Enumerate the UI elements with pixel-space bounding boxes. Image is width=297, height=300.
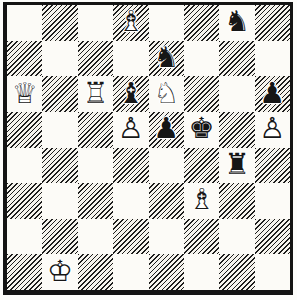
square-d6: ♝♝ <box>113 76 148 112</box>
square-f1 <box>184 254 219 290</box>
square-b2 <box>42 219 77 255</box>
black-rook-glyph: ♜ <box>219 148 254 184</box>
square-h5: ♟♙ <box>255 112 290 148</box>
square-a3 <box>7 183 42 219</box>
white-pawn-glyph: ♙ <box>255 112 290 148</box>
square-c3 <box>78 183 113 219</box>
piece-white-pawn: ♟♙ <box>113 112 148 148</box>
square-d4 <box>113 148 148 184</box>
square-a4 <box>7 148 42 184</box>
white-bishop-glyph: ♗ <box>184 183 219 219</box>
square-g8: ♞♞ <box>219 5 254 41</box>
black-pawn-glyph: ♟ <box>255 76 290 112</box>
piece-black-rook: ♜♜ <box>219 148 254 184</box>
square-e5: ♟♟ <box>149 112 184 148</box>
square-b5 <box>42 112 77 148</box>
white-knight-glyph: ♘ <box>149 76 184 112</box>
square-c1 <box>78 254 113 290</box>
square-d3 <box>113 183 148 219</box>
square-f7 <box>184 41 219 77</box>
black-king-glyph: ♚ <box>184 112 219 148</box>
square-g2 <box>219 219 254 255</box>
square-d2 <box>113 219 148 255</box>
piece-white-bishop: ♝♗ <box>113 5 148 41</box>
square-c2 <box>78 219 113 255</box>
square-f6 <box>184 76 219 112</box>
square-g6 <box>219 76 254 112</box>
square-d5: ♟♙ <box>113 112 148 148</box>
square-d8: ♝♗ <box>113 5 148 41</box>
piece-black-pawn: ♟♟ <box>149 112 184 148</box>
square-g1 <box>219 254 254 290</box>
square-b3 <box>42 183 77 219</box>
square-f5: ♚♚ <box>184 112 219 148</box>
piece-black-king: ♚♚ <box>184 112 219 148</box>
square-c5 <box>78 112 113 148</box>
black-bishop-glyph: ♝ <box>113 76 148 112</box>
square-e2 <box>149 219 184 255</box>
square-c4 <box>78 148 113 184</box>
square-e3 <box>149 183 184 219</box>
square-b6 <box>42 76 77 112</box>
piece-black-bishop: ♝♝ <box>113 76 148 112</box>
square-g5 <box>219 112 254 148</box>
square-h3 <box>255 183 290 219</box>
square-a2 <box>7 219 42 255</box>
square-f8 <box>184 5 219 41</box>
piece-black-knight: ♞♞ <box>149 41 184 77</box>
square-e6: ♞♘ <box>149 76 184 112</box>
piece-white-queen: ♛♕ <box>7 76 42 112</box>
square-h1 <box>255 254 290 290</box>
piece-white-rook: ♜♖ <box>78 76 113 112</box>
square-a8 <box>7 5 42 41</box>
white-bishop-glyph: ♗ <box>113 5 148 41</box>
square-g7 <box>219 41 254 77</box>
white-king-glyph: ♔ <box>42 254 77 290</box>
chess-board: ♝♗♞♞♞♞♛♕♜♖♝♝♞♘♟♟♟♙♟♟♚♚♟♙♜♜♝♗♚♔ <box>7 5 290 290</box>
square-g3 <box>219 183 254 219</box>
square-b7 <box>42 41 77 77</box>
square-c8 <box>78 5 113 41</box>
black-knight-glyph: ♞ <box>219 5 254 41</box>
piece-white-king: ♚♔ <box>42 254 77 290</box>
square-h4 <box>255 148 290 184</box>
square-a1 <box>7 254 42 290</box>
black-knight-glyph: ♞ <box>149 41 184 77</box>
square-e7: ♞♞ <box>149 41 184 77</box>
square-h2 <box>255 219 290 255</box>
square-a5 <box>7 112 42 148</box>
board-frame: ♝♗♞♞♞♞♛♕♜♖♝♝♞♘♟♟♟♙♟♟♚♚♟♙♜♜♝♗♚♔ <box>3 2 293 295</box>
square-h8 <box>255 5 290 41</box>
piece-black-pawn: ♟♟ <box>255 76 290 112</box>
white-pawn-glyph: ♙ <box>113 112 148 148</box>
white-rook-glyph: ♖ <box>78 76 113 112</box>
square-h6: ♟♟ <box>255 76 290 112</box>
square-c7 <box>78 41 113 77</box>
square-f2 <box>184 219 219 255</box>
square-b8 <box>42 5 77 41</box>
square-d7 <box>113 41 148 77</box>
square-g4: ♜♜ <box>219 148 254 184</box>
square-h7 <box>255 41 290 77</box>
square-e8 <box>149 5 184 41</box>
square-a7 <box>7 41 42 77</box>
square-c6: ♜♖ <box>78 76 113 112</box>
square-d1 <box>113 254 148 290</box>
square-f4 <box>184 148 219 184</box>
piece-white-knight: ♞♘ <box>149 76 184 112</box>
square-e4 <box>149 148 184 184</box>
square-f3: ♝♗ <box>184 183 219 219</box>
piece-white-pawn: ♟♙ <box>255 112 290 148</box>
black-pawn-glyph: ♟ <box>149 112 184 148</box>
square-a6: ♛♕ <box>7 76 42 112</box>
piece-black-knight: ♞♞ <box>219 5 254 41</box>
piece-white-bishop: ♝♗ <box>184 183 219 219</box>
chess-diagram-page: ♝♗♞♞♞♞♛♕♜♖♝♝♞♘♟♟♟♙♟♟♚♚♟♙♜♜♝♗♚♔ <box>0 0 297 300</box>
square-b4 <box>42 148 77 184</box>
square-b1: ♚♔ <box>42 254 77 290</box>
square-e1 <box>149 254 184 290</box>
white-queen-glyph: ♕ <box>7 76 42 112</box>
